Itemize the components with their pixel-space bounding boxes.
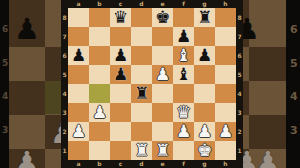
square-f2[interactable]: ♟ bbox=[173, 122, 194, 141]
file-label-d: d bbox=[131, 160, 152, 168]
square-f1[interactable] bbox=[173, 141, 194, 160]
board-frame-corner bbox=[61, 0, 68, 8]
white-pawn-icon: ♟ bbox=[92, 104, 107, 121]
file-label-a: a bbox=[68, 0, 89, 8]
black-queen-icon: ♛ bbox=[113, 9, 128, 26]
square-d3[interactable] bbox=[131, 103, 152, 122]
square-c2[interactable] bbox=[110, 122, 131, 141]
board-frame-corner bbox=[61, 160, 68, 168]
rank-label-8: 8 bbox=[61, 8, 68, 27]
square-c3[interactable] bbox=[110, 103, 131, 122]
white-pawn-icon: ♟ bbox=[218, 123, 233, 140]
square-h7[interactable] bbox=[215, 27, 236, 46]
square-a4[interactable] bbox=[68, 84, 89, 103]
square-b6[interactable] bbox=[89, 46, 110, 65]
file-label-g: g bbox=[194, 160, 215, 168]
square-e3[interactable] bbox=[152, 103, 173, 122]
rank-label-6: 6 bbox=[61, 46, 68, 65]
square-c1[interactable] bbox=[110, 141, 131, 160]
square-b7[interactable] bbox=[89, 27, 110, 46]
background-board-right-strip: 6 5 4 3 ♟ ♟ ♟ bbox=[243, 0, 300, 168]
square-d2[interactable] bbox=[131, 122, 152, 141]
square-g8[interactable]: ♜ bbox=[194, 8, 215, 27]
file-label-d: d bbox=[131, 0, 152, 8]
rank-label-4: 4 bbox=[61, 84, 68, 103]
square-g7[interactable] bbox=[194, 27, 215, 46]
background-rank-label: 6 bbox=[290, 24, 298, 35]
square-d8[interactable] bbox=[131, 8, 152, 27]
screenshot-stage: 6 5 4 3 ♟ ♟ ♟ 6 5 4 3 ♟ ♟ ♟ abcdefgh8♛♚♜… bbox=[0, 0, 300, 168]
square-f5[interactable]: ♝ bbox=[173, 65, 194, 84]
white-pawn-icon: ♟ bbox=[71, 123, 86, 140]
square-a1[interactable] bbox=[68, 141, 89, 160]
white-bishop-icon: ♝ bbox=[176, 47, 191, 64]
black-pawn-icon: ♟ bbox=[113, 66, 128, 83]
square-b3[interactable]: ♟ bbox=[89, 103, 110, 122]
square-c6[interactable]: ♟ bbox=[110, 46, 131, 65]
square-e6[interactable] bbox=[152, 46, 173, 65]
square-e2[interactable] bbox=[152, 122, 173, 141]
rank-label-3: 3 bbox=[61, 103, 68, 122]
square-f8[interactable] bbox=[173, 8, 194, 27]
square-b2[interactable] bbox=[89, 122, 110, 141]
rank-label-7: 7 bbox=[61, 27, 68, 46]
rank-label-5: 5 bbox=[236, 65, 243, 84]
board-frame-corner bbox=[236, 0, 243, 8]
rank-label-1: 1 bbox=[61, 141, 68, 160]
square-g6[interactable]: ♟ bbox=[194, 46, 215, 65]
file-label-c: c bbox=[110, 160, 131, 168]
square-a2[interactable]: ♟ bbox=[68, 122, 89, 141]
rank-label-3: 3 bbox=[236, 103, 243, 122]
square-b1[interactable] bbox=[89, 141, 110, 160]
square-g4[interactable] bbox=[194, 84, 215, 103]
white-rook-icon: ♜ bbox=[155, 142, 170, 159]
background-rank-label: 4 bbox=[290, 91, 298, 102]
square-c7[interactable] bbox=[110, 27, 131, 46]
square-f3[interactable]: ♛ bbox=[173, 103, 194, 122]
square-b5[interactable] bbox=[89, 65, 110, 84]
background-board-left-strip: 6 5 4 3 ♟ ♟ ♟ bbox=[0, 0, 61, 168]
black-king-icon: ♚ bbox=[155, 9, 170, 26]
white-pawn-icon: ♟ bbox=[197, 123, 212, 140]
white-pawn-icon: ♟ bbox=[155, 66, 170, 83]
background-black-pawn-icon: ♟ bbox=[9, 12, 45, 47]
file-label-b: b bbox=[89, 160, 110, 168]
black-pawn-icon: ♟ bbox=[176, 28, 191, 45]
square-b4[interactable] bbox=[89, 84, 110, 103]
background-highlight-square bbox=[45, 81, 61, 114]
rank-label-2: 2 bbox=[61, 122, 68, 141]
square-e1[interactable]: ♜ bbox=[152, 141, 173, 160]
black-rook-icon: ♜ bbox=[134, 85, 149, 102]
square-h6[interactable] bbox=[215, 46, 236, 65]
background-rank-label: 3 bbox=[290, 125, 298, 136]
square-h1[interactable] bbox=[215, 141, 236, 160]
black-pawn-icon: ♟ bbox=[71, 47, 86, 64]
rank-label-4: 4 bbox=[236, 84, 243, 103]
square-g3[interactable] bbox=[194, 103, 215, 122]
square-c5[interactable]: ♟ bbox=[110, 65, 131, 84]
square-h2[interactable]: ♟ bbox=[215, 122, 236, 141]
file-label-f: f bbox=[173, 0, 194, 8]
background-rank-label: 3 bbox=[2, 126, 8, 135]
black-pawn-icon: ♟ bbox=[113, 47, 128, 64]
background-rank-label: 5 bbox=[2, 59, 8, 68]
square-a5[interactable] bbox=[68, 65, 89, 84]
square-g5[interactable] bbox=[194, 65, 215, 84]
file-label-b: b bbox=[89, 0, 110, 8]
square-a7[interactable] bbox=[68, 27, 89, 46]
file-label-e: e bbox=[152, 160, 173, 168]
white-rook-icon: ♜ bbox=[134, 142, 149, 159]
file-label-h: h bbox=[215, 160, 236, 168]
rank-label-8: 8 bbox=[236, 8, 243, 27]
square-h4[interactable] bbox=[215, 84, 236, 103]
square-f7[interactable]: ♟ bbox=[173, 27, 194, 46]
square-d4[interactable]: ♜ bbox=[131, 84, 152, 103]
board-frame-corner bbox=[236, 160, 243, 168]
square-c8[interactable]: ♛ bbox=[110, 8, 131, 27]
square-e4[interactable] bbox=[152, 84, 173, 103]
background-white-pawn-icon: ♟ bbox=[9, 145, 45, 168]
rank-label-7: 7 bbox=[236, 27, 243, 46]
square-g2[interactable]: ♟ bbox=[194, 122, 215, 141]
rank-label-5: 5 bbox=[61, 65, 68, 84]
black-bishop-icon: ♝ bbox=[176, 66, 191, 83]
background-rank-label: 5 bbox=[290, 58, 298, 69]
square-h3[interactable] bbox=[215, 103, 236, 122]
square-h8[interactable] bbox=[215, 8, 236, 27]
rank-label-6: 6 bbox=[236, 46, 243, 65]
white-pawn-icon: ♟ bbox=[176, 123, 191, 140]
white-queen-icon: ♛ bbox=[176, 104, 191, 121]
rank-label-2: 2 bbox=[236, 122, 243, 141]
file-label-h: h bbox=[215, 0, 236, 8]
file-label-a: a bbox=[68, 160, 89, 168]
square-a8[interactable] bbox=[68, 8, 89, 27]
square-d1[interactable]: ♜ bbox=[131, 141, 152, 160]
background-white-pawn-icon: ♟ bbox=[45, 116, 61, 151]
black-rook-icon: ♜ bbox=[197, 9, 212, 26]
square-e5[interactable]: ♟ bbox=[152, 65, 173, 84]
square-e7[interactable] bbox=[152, 27, 173, 46]
file-label-f: f bbox=[173, 160, 194, 168]
square-d5[interactable] bbox=[131, 65, 152, 84]
chess-board: abcdefgh8♛♚♜87♟76♟♟♝♟65♟♟♝54♜43♟♛32♟♟♟♟2… bbox=[61, 0, 243, 168]
square-e8[interactable]: ♚ bbox=[152, 8, 173, 27]
background-black-pawn-icon: ♟ bbox=[243, 12, 265, 47]
square-h5[interactable] bbox=[215, 65, 236, 84]
white-king-icon: ♚ bbox=[197, 142, 212, 159]
square-d7[interactable] bbox=[131, 27, 152, 46]
square-a6[interactable]: ♟ bbox=[68, 46, 89, 65]
square-c4[interactable] bbox=[110, 84, 131, 103]
background-rank-label: 4 bbox=[2, 92, 8, 101]
square-f4[interactable] bbox=[173, 84, 194, 103]
black-pawn-icon: ♟ bbox=[197, 47, 212, 64]
square-a3[interactable] bbox=[68, 103, 89, 122]
square-d6[interactable] bbox=[131, 46, 152, 65]
square-f6[interactable]: ♝ bbox=[173, 46, 194, 65]
square-b8[interactable] bbox=[89, 8, 110, 27]
rank-label-1: 1 bbox=[236, 141, 243, 160]
background-white-pawn-icon: ♟ bbox=[250, 145, 286, 168]
square-g1[interactable]: ♚ bbox=[194, 141, 215, 160]
background-rank-label: 6 bbox=[2, 25, 8, 34]
